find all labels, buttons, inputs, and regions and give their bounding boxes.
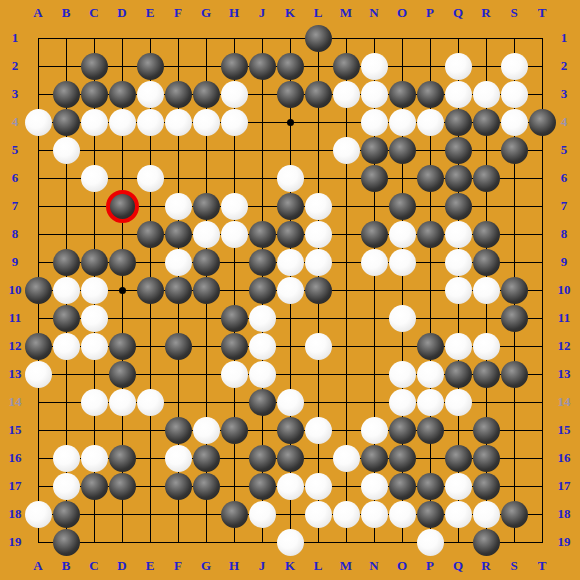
row-label-right: 19 <box>558 535 571 549</box>
black-stone <box>445 193 472 220</box>
black-stone <box>501 137 528 164</box>
white-stone <box>389 389 416 416</box>
black-stone <box>25 333 52 360</box>
black-stone <box>277 193 304 220</box>
black-stone <box>417 333 444 360</box>
white-stone <box>137 81 164 108</box>
black-stone <box>473 417 500 444</box>
row-label-right: 9 <box>561 255 568 269</box>
row-label-left: 12 <box>9 339 22 353</box>
white-stone <box>305 333 332 360</box>
white-stone <box>53 445 80 472</box>
column-label-top: L <box>314 6 323 20</box>
row-label-right: 3 <box>561 87 568 101</box>
black-stone <box>165 221 192 248</box>
column-label-bottom: D <box>117 559 126 573</box>
row-label-left: 15 <box>9 423 22 437</box>
white-stone <box>305 249 332 276</box>
column-label-bottom: B <box>62 559 71 573</box>
star-point <box>119 287 126 294</box>
black-stone <box>53 305 80 332</box>
white-stone <box>473 501 500 528</box>
column-label-bottom: O <box>397 559 407 573</box>
black-stone <box>417 81 444 108</box>
white-stone <box>445 389 472 416</box>
white-stone <box>53 333 80 360</box>
black-stone <box>165 277 192 304</box>
black-stone <box>389 473 416 500</box>
column-label-top: A <box>33 6 42 20</box>
row-label-right: 6 <box>561 171 568 185</box>
row-label-left: 3 <box>12 87 19 101</box>
black-stone <box>361 137 388 164</box>
white-stone <box>445 277 472 304</box>
row-label-right: 10 <box>558 283 571 297</box>
black-stone <box>277 81 304 108</box>
black-stone <box>529 109 556 136</box>
black-stone <box>165 333 192 360</box>
column-label-bottom: R <box>481 559 490 573</box>
white-stone <box>417 529 444 556</box>
black-stone <box>249 221 276 248</box>
white-stone <box>333 81 360 108</box>
black-stone <box>473 473 500 500</box>
black-stone <box>361 445 388 472</box>
black-stone <box>137 53 164 80</box>
black-stone <box>193 193 220 220</box>
column-label-bottom: N <box>369 559 378 573</box>
white-stone <box>445 81 472 108</box>
white-stone <box>165 109 192 136</box>
black-stone <box>389 81 416 108</box>
white-stone <box>277 389 304 416</box>
black-stone <box>473 361 500 388</box>
column-label-top: C <box>89 6 98 20</box>
black-stone <box>249 249 276 276</box>
row-label-left: 6 <box>12 171 19 185</box>
white-stone <box>501 109 528 136</box>
white-stone <box>81 277 108 304</box>
column-label-top: Q <box>453 6 463 20</box>
black-stone <box>501 501 528 528</box>
white-stone <box>473 333 500 360</box>
black-stone <box>305 277 332 304</box>
row-label-right: 7 <box>561 199 568 213</box>
white-stone <box>193 221 220 248</box>
row-label-left: 5 <box>12 143 19 157</box>
white-stone <box>193 109 220 136</box>
black-stone <box>109 445 136 472</box>
column-label-top: M <box>340 6 352 20</box>
white-stone <box>389 221 416 248</box>
go-board[interactable]: AABBCCDDEEFFGGHHJJKKLLMMNNOOPPQQRRSSTT11… <box>0 0 580 580</box>
white-stone <box>389 109 416 136</box>
white-stone <box>221 81 248 108</box>
white-stone <box>501 81 528 108</box>
white-stone <box>417 361 444 388</box>
black-stone <box>221 501 248 528</box>
black-stone <box>193 473 220 500</box>
white-stone <box>137 389 164 416</box>
white-stone <box>361 501 388 528</box>
black-stone <box>277 417 304 444</box>
black-stone <box>165 81 192 108</box>
last-move-black-stone <box>106 190 139 223</box>
black-stone <box>249 53 276 80</box>
row-label-left: 10 <box>9 283 22 297</box>
black-stone <box>473 221 500 248</box>
column-label-bottom: G <box>201 559 211 573</box>
white-stone <box>445 249 472 276</box>
black-stone <box>109 81 136 108</box>
column-label-top: R <box>481 6 490 20</box>
white-stone <box>277 249 304 276</box>
black-stone <box>445 361 472 388</box>
black-stone <box>389 445 416 472</box>
white-stone <box>25 501 52 528</box>
white-stone <box>81 305 108 332</box>
black-stone <box>193 81 220 108</box>
white-stone <box>81 445 108 472</box>
white-stone <box>361 473 388 500</box>
black-stone <box>417 501 444 528</box>
black-stone <box>249 473 276 500</box>
white-stone <box>361 53 388 80</box>
black-stone <box>417 417 444 444</box>
row-label-left: 18 <box>9 507 22 521</box>
black-stone <box>501 277 528 304</box>
row-label-left: 13 <box>9 367 22 381</box>
black-stone <box>473 249 500 276</box>
white-stone <box>81 165 108 192</box>
column-label-top: S <box>510 6 517 20</box>
white-stone <box>445 333 472 360</box>
black-stone <box>445 137 472 164</box>
white-stone <box>249 501 276 528</box>
white-stone <box>333 501 360 528</box>
white-stone <box>277 473 304 500</box>
black-stone <box>53 501 80 528</box>
column-label-top: K <box>285 6 295 20</box>
white-stone <box>165 445 192 472</box>
white-stone <box>249 361 276 388</box>
black-stone <box>277 221 304 248</box>
row-label-right: 18 <box>558 507 571 521</box>
white-stone <box>389 249 416 276</box>
white-stone <box>361 109 388 136</box>
row-label-right: 17 <box>558 479 571 493</box>
white-stone <box>445 473 472 500</box>
column-label-bottom: S <box>510 559 517 573</box>
black-stone <box>137 221 164 248</box>
black-stone <box>501 305 528 332</box>
white-stone <box>445 53 472 80</box>
white-stone <box>277 529 304 556</box>
black-stone <box>445 109 472 136</box>
white-stone <box>417 109 444 136</box>
black-stone <box>221 305 248 332</box>
column-label-top: F <box>174 6 182 20</box>
black-stone <box>221 417 248 444</box>
white-stone <box>305 473 332 500</box>
black-stone <box>53 249 80 276</box>
black-stone <box>361 221 388 248</box>
black-stone <box>305 81 332 108</box>
black-stone <box>473 529 500 556</box>
column-label-bottom: M <box>340 559 352 573</box>
black-stone <box>109 333 136 360</box>
white-stone <box>165 249 192 276</box>
white-stone <box>305 221 332 248</box>
black-stone <box>249 277 276 304</box>
column-label-top: N <box>369 6 378 20</box>
black-stone <box>53 529 80 556</box>
row-label-right: 8 <box>561 227 568 241</box>
black-stone <box>109 249 136 276</box>
white-stone <box>81 389 108 416</box>
black-stone <box>81 249 108 276</box>
column-label-bottom: C <box>89 559 98 573</box>
white-stone <box>445 501 472 528</box>
white-stone <box>109 389 136 416</box>
black-stone <box>473 445 500 472</box>
row-label-left: 19 <box>9 535 22 549</box>
black-stone <box>333 53 360 80</box>
white-stone <box>221 109 248 136</box>
black-stone <box>109 473 136 500</box>
row-label-left: 4 <box>12 115 19 129</box>
black-stone <box>193 277 220 304</box>
row-label-right: 15 <box>558 423 571 437</box>
white-stone <box>221 361 248 388</box>
black-stone <box>277 445 304 472</box>
white-stone <box>501 53 528 80</box>
white-stone <box>193 417 220 444</box>
black-stone <box>109 361 136 388</box>
white-stone <box>25 109 52 136</box>
black-stone <box>389 193 416 220</box>
white-stone <box>361 249 388 276</box>
white-stone <box>53 473 80 500</box>
black-stone <box>473 165 500 192</box>
black-stone <box>501 361 528 388</box>
black-stone <box>165 417 192 444</box>
star-point <box>287 119 294 126</box>
black-stone <box>417 165 444 192</box>
row-label-right: 13 <box>558 367 571 381</box>
black-stone <box>417 473 444 500</box>
black-stone <box>277 53 304 80</box>
white-stone <box>53 137 80 164</box>
column-label-bottom: J <box>259 559 266 573</box>
column-label-top: J <box>259 6 266 20</box>
black-stone <box>53 81 80 108</box>
black-stone <box>81 53 108 80</box>
black-stone <box>389 417 416 444</box>
column-label-bottom: F <box>174 559 182 573</box>
black-stone <box>81 81 108 108</box>
white-stone <box>277 165 304 192</box>
column-label-top: B <box>62 6 71 20</box>
black-stone <box>193 249 220 276</box>
white-stone <box>389 305 416 332</box>
black-stone <box>417 221 444 248</box>
grid-line-h <box>38 318 543 319</box>
black-stone <box>221 333 248 360</box>
white-stone <box>473 277 500 304</box>
white-stone <box>445 221 472 248</box>
row-label-right: 1 <box>561 31 568 45</box>
row-label-right: 5 <box>561 143 568 157</box>
row-label-right: 14 <box>558 395 571 409</box>
black-stone <box>165 473 192 500</box>
black-stone <box>445 445 472 472</box>
white-stone <box>249 305 276 332</box>
row-label-right: 12 <box>558 339 571 353</box>
white-stone <box>25 361 52 388</box>
white-stone <box>333 137 360 164</box>
white-stone <box>109 109 136 136</box>
row-label-left: 8 <box>12 227 19 241</box>
white-stone <box>305 193 332 220</box>
column-label-top: T <box>538 6 547 20</box>
white-stone <box>165 193 192 220</box>
black-stone <box>53 109 80 136</box>
black-stone <box>473 109 500 136</box>
column-label-bottom: P <box>426 559 434 573</box>
row-label-left: 17 <box>9 479 22 493</box>
column-label-top: P <box>426 6 434 20</box>
row-label-left: 11 <box>9 311 21 325</box>
column-label-bottom: A <box>33 559 42 573</box>
black-stone <box>361 165 388 192</box>
white-stone <box>305 501 332 528</box>
column-label-bottom: L <box>314 559 323 573</box>
column-label-top: O <box>397 6 407 20</box>
row-label-left: 16 <box>9 451 22 465</box>
white-stone <box>417 389 444 416</box>
row-label-left: 14 <box>9 395 22 409</box>
black-stone <box>445 165 472 192</box>
row-label-right: 16 <box>558 451 571 465</box>
black-stone <box>221 53 248 80</box>
row-label-right: 4 <box>561 115 568 129</box>
black-stone <box>81 473 108 500</box>
black-stone <box>249 445 276 472</box>
white-stone <box>137 109 164 136</box>
white-stone <box>361 81 388 108</box>
row-label-right: 11 <box>558 311 570 325</box>
white-stone <box>221 221 248 248</box>
black-stone <box>389 137 416 164</box>
white-stone <box>473 81 500 108</box>
white-stone <box>137 165 164 192</box>
column-label-top: H <box>229 6 239 20</box>
white-stone <box>389 361 416 388</box>
column-label-top: D <box>117 6 126 20</box>
column-label-bottom: K <box>285 559 295 573</box>
white-stone <box>333 445 360 472</box>
white-stone <box>389 501 416 528</box>
column-label-bottom: H <box>229 559 239 573</box>
black-stone <box>193 445 220 472</box>
black-stone <box>137 277 164 304</box>
row-label-left: 1 <box>12 31 19 45</box>
row-label-right: 2 <box>561 59 568 73</box>
column-label-bottom: E <box>146 559 155 573</box>
black-stone <box>249 389 276 416</box>
column-label-top: G <box>201 6 211 20</box>
black-stone <box>305 25 332 52</box>
column-label-bottom: Q <box>453 559 463 573</box>
row-label-left: 2 <box>12 59 19 73</box>
white-stone <box>81 333 108 360</box>
white-stone <box>53 277 80 304</box>
white-stone <box>221 193 248 220</box>
row-label-left: 9 <box>12 255 19 269</box>
column-label-top: E <box>146 6 155 20</box>
black-stone <box>25 277 52 304</box>
white-stone <box>305 417 332 444</box>
white-stone <box>81 109 108 136</box>
row-label-left: 7 <box>12 199 19 213</box>
column-label-bottom: T <box>538 559 547 573</box>
white-stone <box>277 277 304 304</box>
white-stone <box>361 417 388 444</box>
white-stone <box>249 333 276 360</box>
